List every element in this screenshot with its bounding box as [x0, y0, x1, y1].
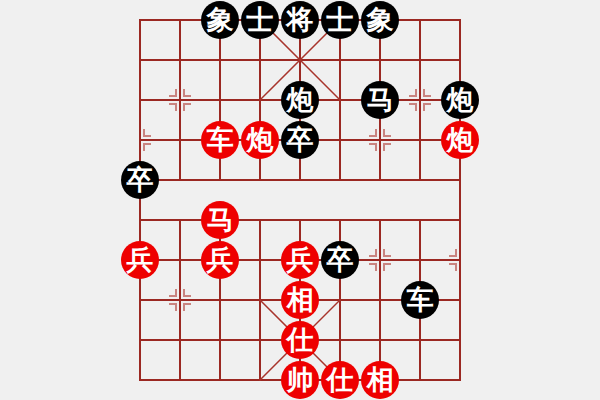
- piece-black-soldier[interactable]: 卒: [321, 241, 359, 279]
- position-marker: [369, 249, 376, 256]
- piece-black-cannon[interactable]: 炮: [281, 81, 319, 119]
- position-marker: [384, 129, 391, 136]
- piece-black-chariot[interactable]: 车: [401, 281, 439, 319]
- piece-red-advisor[interactable]: 仕: [281, 321, 319, 359]
- piece-black-elephant[interactable]: 象: [361, 1, 399, 39]
- position-marker: [144, 129, 151, 136]
- position-marker: [169, 104, 176, 111]
- position-marker: [369, 129, 376, 136]
- piece-red-soldier[interactable]: 兵: [201, 241, 239, 279]
- piece-red-chariot[interactable]: 车: [201, 121, 239, 159]
- position-marker: [169, 304, 176, 311]
- position-marker: [384, 249, 391, 256]
- position-marker: [409, 89, 416, 96]
- piece-black-general[interactable]: 将: [281, 1, 319, 39]
- piece-black-advisor[interactable]: 士: [321, 1, 359, 39]
- position-marker: [424, 104, 431, 111]
- piece-black-cannon[interactable]: 炮: [441, 81, 479, 119]
- position-marker: [184, 89, 191, 96]
- position-marker: [384, 144, 391, 151]
- piece-black-horse[interactable]: 马: [361, 81, 399, 119]
- position-marker: [169, 289, 176, 296]
- position-marker: [184, 304, 191, 311]
- piece-black-soldier[interactable]: 卒: [281, 121, 319, 159]
- position-marker: [144, 144, 151, 151]
- piece-red-elephant[interactable]: 相: [281, 281, 319, 319]
- piece-red-cannon[interactable]: 炮: [241, 121, 279, 159]
- piece-red-elephant[interactable]: 相: [361, 361, 399, 399]
- piece-red-general[interactable]: 帅: [281, 361, 319, 399]
- piece-red-advisor[interactable]: 仕: [321, 361, 359, 399]
- piece-red-soldier[interactable]: 兵: [121, 241, 159, 279]
- position-marker: [369, 264, 376, 271]
- position-marker: [384, 264, 391, 271]
- position-marker: [409, 104, 416, 111]
- xiangqi-board: 象士将士象炮马炮车炮卒炮卒马兵兵兵卒相车仕帅仕相: [0, 0, 600, 400]
- position-marker: [369, 144, 376, 151]
- piece-black-soldier[interactable]: 卒: [121, 161, 159, 199]
- position-marker: [449, 264, 456, 271]
- position-marker: [449, 249, 456, 256]
- piece-red-cannon[interactable]: 炮: [441, 121, 479, 159]
- position-marker: [184, 104, 191, 111]
- piece-black-elephant[interactable]: 象: [201, 1, 239, 39]
- piece-red-soldier[interactable]: 兵: [281, 241, 319, 279]
- position-marker: [424, 89, 431, 96]
- position-marker: [169, 89, 176, 96]
- piece-red-horse[interactable]: 马: [201, 201, 239, 239]
- piece-black-advisor[interactable]: 士: [241, 1, 279, 39]
- position-marker: [184, 289, 191, 296]
